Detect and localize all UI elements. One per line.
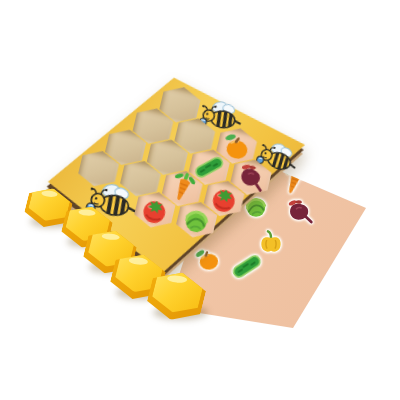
piece-highlight [129,257,148,265]
piece-highlight [40,191,57,198]
product-photo [0,0,400,400]
piece-highlight [101,233,120,241]
piece-highlight [79,208,97,216]
piece-highlight [167,275,187,284]
